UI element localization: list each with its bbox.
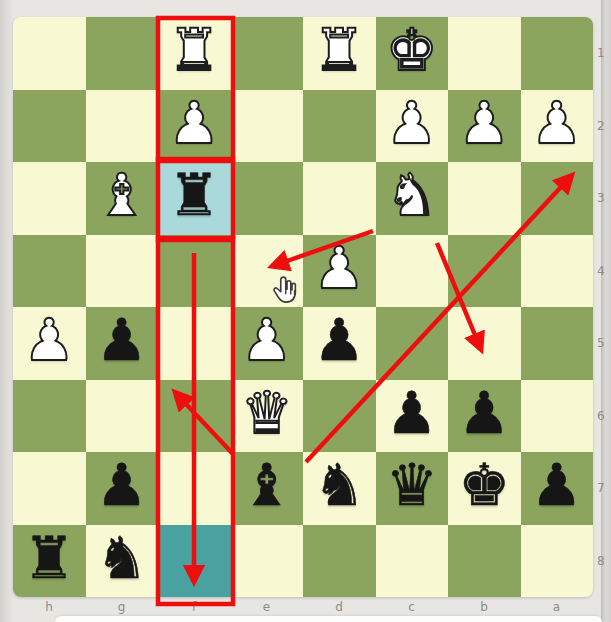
rank-label-1: 1 <box>597 46 611 60</box>
black-pawn[interactable]: ♟ <box>531 449 583 522</box>
rank-label-8: 8 <box>597 554 611 568</box>
square-f1[interactable]: ♜ <box>158 17 231 90</box>
square-h6[interactable] <box>13 380 86 453</box>
white-pawn[interactable]: ♟ <box>386 87 438 160</box>
white-knight[interactable]: ♞ <box>386 159 438 232</box>
square-g6[interactable] <box>86 380 159 453</box>
file-label-a: a <box>521 600 593 614</box>
square-a2[interactable]: ♟ <box>521 90 594 163</box>
file-label-c: c <box>376 600 448 614</box>
square-d7[interactable]: ♞ <box>303 452 376 525</box>
black-pawn[interactable]: ♟ <box>386 377 438 450</box>
white-queen[interactable]: ♛ <box>241 377 293 450</box>
black-king[interactable]: ♚ <box>458 449 510 522</box>
square-g8[interactable]: ♞ <box>86 525 159 598</box>
white-pawn[interactable]: ♟ <box>313 232 365 305</box>
black-knight[interactable]: ♞ <box>313 449 365 522</box>
square-g4[interactable] <box>86 235 159 308</box>
square-g3[interactable]: ♝ <box>86 162 159 235</box>
square-c6[interactable]: ♟ <box>376 380 449 453</box>
square-a1[interactable] <box>521 17 594 90</box>
white-rook[interactable]: ♜ <box>168 17 220 87</box>
rank-label-5: 5 <box>597 336 611 350</box>
black-pawn[interactable]: ♟ <box>458 377 510 450</box>
square-g2[interactable] <box>86 90 159 163</box>
square-d8[interactable] <box>303 525 376 598</box>
white-king[interactable]: ♚ <box>386 17 438 87</box>
square-f5[interactable] <box>158 307 231 380</box>
square-a3[interactable] <box>521 162 594 235</box>
white-pawn[interactable]: ♟ <box>168 87 220 160</box>
white-pawn[interactable]: ♟ <box>23 304 75 377</box>
square-a5[interactable] <box>521 307 594 380</box>
black-knight[interactable]: ♞ <box>96 522 148 595</box>
square-b1[interactable] <box>448 17 521 90</box>
square-g5[interactable]: ♟ <box>86 307 159 380</box>
square-h4[interactable] <box>13 235 86 308</box>
square-g7[interactable]: ♟ <box>86 452 159 525</box>
square-b5[interactable] <box>448 307 521 380</box>
rank-label-3: 3 <box>597 191 611 205</box>
square-b7[interactable]: ♚ <box>448 452 521 525</box>
black-queen[interactable]: ♛ <box>386 449 438 522</box>
square-b8[interactable] <box>448 525 521 598</box>
square-g1[interactable] <box>86 17 159 90</box>
white-rook[interactable]: ♜ <box>313 17 365 87</box>
file-label-b: b <box>448 600 520 614</box>
square-e8[interactable] <box>231 525 304 598</box>
bottom-panel-edge <box>55 616 602 622</box>
square-c1[interactable]: ♚ <box>376 17 449 90</box>
square-h8[interactable]: ♜ <box>13 525 86 598</box>
file-label-f: f <box>158 600 230 614</box>
file-label-d: d <box>303 600 375 614</box>
chess-board[interactable]: ♜♜♚♟♟♟♟♝♜♞♟♟♟♟♟♛♟♟♟♝♞♛♚♟♜♞ <box>13 17 593 597</box>
square-f2[interactable]: ♟ <box>158 90 231 163</box>
square-c5[interactable] <box>376 307 449 380</box>
black-rook[interactable]: ♜ <box>23 522 75 595</box>
square-d1[interactable]: ♜ <box>303 17 376 90</box>
square-d5[interactable]: ♟ <box>303 307 376 380</box>
square-f3[interactable]: ♜ <box>158 162 231 235</box>
square-b4[interactable] <box>448 235 521 308</box>
file-label-e: e <box>231 600 303 614</box>
square-h2[interactable] <box>13 90 86 163</box>
scrollbar[interactable] <box>601 0 611 622</box>
black-pawn[interactable]: ♟ <box>313 304 365 377</box>
square-b3[interactable] <box>448 162 521 235</box>
square-b2[interactable]: ♟ <box>448 90 521 163</box>
square-d3[interactable] <box>303 162 376 235</box>
rank-label-6: 6 <box>597 409 611 423</box>
square-a4[interactable] <box>521 235 594 308</box>
square-f6[interactable] <box>158 380 231 453</box>
square-a7[interactable]: ♟ <box>521 452 594 525</box>
square-e5[interactable]: ♟ <box>231 307 304 380</box>
square-d2[interactable] <box>303 90 376 163</box>
square-h3[interactable] <box>13 162 86 235</box>
black-pawn[interactable]: ♟ <box>96 304 148 377</box>
file-label-h: h <box>13 600 85 614</box>
square-f8[interactable] <box>158 525 231 598</box>
white-pawn[interactable]: ♟ <box>458 87 510 160</box>
white-pawn[interactable]: ♟ <box>241 304 293 377</box>
square-e7[interactable]: ♝ <box>231 452 304 525</box>
black-bishop[interactable]: ♝ <box>241 449 293 522</box>
square-e2[interactable] <box>231 90 304 163</box>
square-a6[interactable] <box>521 380 594 453</box>
rank-label-4: 4 <box>597 264 611 278</box>
square-b6[interactable]: ♟ <box>448 380 521 453</box>
black-pawn[interactable]: ♟ <box>96 449 148 522</box>
square-c3[interactable]: ♞ <box>376 162 449 235</box>
square-a8[interactable] <box>521 525 594 598</box>
file-label-g: g <box>86 600 158 614</box>
square-e4[interactable] <box>231 235 304 308</box>
rank-label-2: 2 <box>597 119 611 133</box>
square-f7[interactable] <box>158 452 231 525</box>
square-f4[interactable] <box>158 235 231 308</box>
square-c4[interactable] <box>376 235 449 308</box>
black-rook[interactable]: ♜ <box>168 159 220 232</box>
square-c7[interactable]: ♛ <box>376 452 449 525</box>
rank-label-7: 7 <box>597 481 611 495</box>
white-bishop[interactable]: ♝ <box>96 159 148 232</box>
square-h5[interactable]: ♟ <box>13 307 86 380</box>
square-e3[interactable] <box>231 162 304 235</box>
square-c2[interactable]: ♟ <box>376 90 449 163</box>
page-edge-shade <box>0 0 14 622</box>
square-e6[interactable]: ♛ <box>231 380 304 453</box>
square-h1[interactable] <box>13 17 86 90</box>
square-h7[interactable] <box>13 452 86 525</box>
white-pawn[interactable]: ♟ <box>531 87 583 160</box>
square-d4[interactable]: ♟ <box>303 235 376 308</box>
square-e1[interactable] <box>231 17 304 90</box>
square-d6[interactable] <box>303 380 376 453</box>
square-c8[interactable] <box>376 525 449 598</box>
